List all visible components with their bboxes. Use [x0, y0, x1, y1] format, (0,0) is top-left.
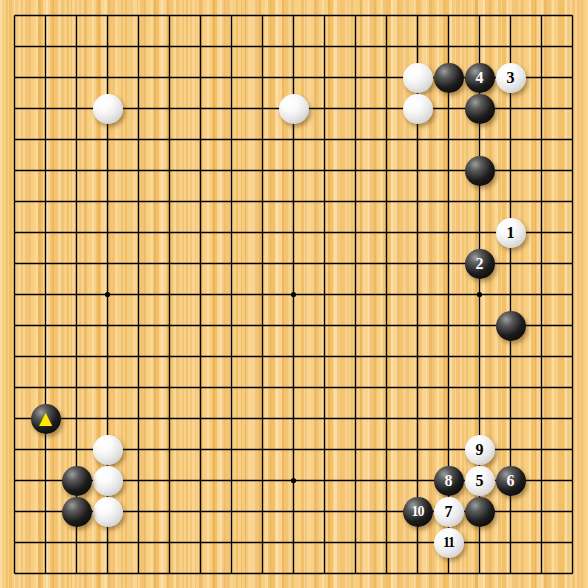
stone-move-8[interactable]: 8: [434, 466, 464, 496]
triangle-marker-icon: ▲: [31, 409, 61, 426]
move-number-label: 3: [507, 70, 515, 86]
stone-D16[interactable]: [93, 94, 123, 124]
move-number-label: 9: [476, 442, 484, 458]
move-number-label: 7: [445, 504, 453, 520]
stone-K16[interactable]: [279, 94, 309, 124]
move-number-label: 6: [507, 473, 515, 489]
move-number-label: 10: [412, 505, 424, 519]
stone-O17[interactable]: [403, 63, 433, 93]
stone-layer: 4312▲985610711: [0, 0, 588, 588]
stone-D4[interactable]: [93, 466, 123, 496]
go-board[interactable]: 4312▲985610711: [0, 0, 588, 588]
stone-move-4[interactable]: 4: [465, 63, 495, 93]
stone-Q3[interactable]: [465, 497, 495, 527]
stone-P17[interactable]: [434, 63, 464, 93]
move-number-label: 11: [443, 536, 454, 550]
move-number-label: 2: [476, 256, 484, 272]
stone-O16[interactable]: [403, 94, 433, 124]
stone-move-3[interactable]: 3: [496, 63, 526, 93]
stone-move-5[interactable]: 5: [465, 466, 495, 496]
stone-Q16[interactable]: [465, 94, 495, 124]
stone-move-7[interactable]: 7: [434, 497, 464, 527]
stone-C4[interactable]: [62, 466, 92, 496]
stone-move-1[interactable]: 1: [496, 218, 526, 248]
stone-move-9[interactable]: 9: [465, 435, 495, 465]
stone-move-2[interactable]: 2: [465, 249, 495, 279]
move-number-label: 4: [476, 70, 484, 86]
stone-D5[interactable]: [93, 435, 123, 465]
stone-move-11[interactable]: 11: [434, 528, 464, 558]
move-number-label: 5: [476, 473, 484, 489]
stone-B6[interactable]: ▲: [31, 404, 61, 434]
stone-C3[interactable]: [62, 497, 92, 527]
stone-D3[interactable]: [93, 497, 123, 527]
stone-R9[interactable]: [496, 311, 526, 341]
stone-Q14[interactable]: [465, 156, 495, 186]
stone-move-10[interactable]: 10: [403, 497, 433, 527]
move-number-label: 1: [507, 225, 515, 241]
stone-move-6[interactable]: 6: [496, 466, 526, 496]
move-number-label: 8: [445, 473, 453, 489]
